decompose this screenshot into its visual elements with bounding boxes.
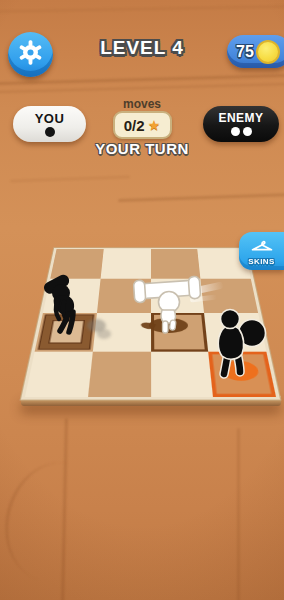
turn-indicator: YOUR TURN	[0, 140, 284, 157]
piece-dot	[231, 127, 240, 136]
wood-grain	[10, 176, 130, 182]
enemy-piece-dots	[231, 127, 252, 137]
piece-black-bomber[interactable]	[207, 306, 269, 382]
wood-grain	[0, 5, 284, 12]
wood-grain	[237, 428, 240, 600]
moves-label: moves	[123, 98, 161, 110]
hanger-icon	[250, 237, 274, 258]
enemy-label: ENEMY	[218, 112, 263, 125]
star-icon: ★	[148, 118, 161, 132]
coin-amount: 75	[236, 43, 254, 61]
skins-label: SKINS	[248, 257, 274, 266]
board-cell-r3c1[interactable]	[88, 351, 151, 396]
board-cell-r3c2[interactable]	[151, 351, 214, 396]
game-screen: LEVEL 4 75 YOU moves 0/2 ★ ENEMY YOUR TU…	[0, 0, 284, 600]
piece-white-cannon[interactable]	[131, 273, 203, 335]
smoke-puff	[97, 329, 111, 339]
skins-button[interactable]: SKINS	[239, 232, 284, 270]
wood-grain	[0, 83, 284, 93]
wood-grain	[61, 418, 68, 600]
enemy-indicator: ENEMY	[203, 106, 279, 142]
moves-value: 0/2	[124, 118, 145, 133]
wood-grain	[118, 193, 284, 202]
moves-box: 0/2 ★	[113, 111, 172, 139]
board-cell-r3c0[interactable]	[25, 351, 93, 396]
coin-icon	[256, 40, 280, 64]
piece-dot	[243, 127, 252, 136]
coin-counter: 75	[227, 35, 284, 68]
board-front-edge	[21, 396, 281, 406]
wood-grain	[0, 452, 117, 592]
piece-black-soldier[interactable]	[40, 272, 90, 336]
wood-grain	[0, 74, 284, 85]
